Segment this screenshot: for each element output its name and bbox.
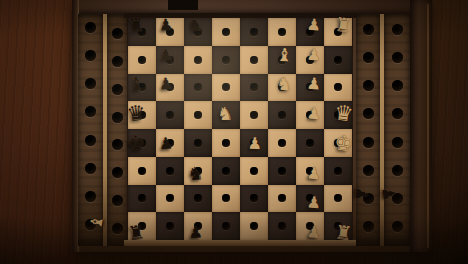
captured-pieces-layer: ♝♟♟ [0,0,468,264]
captured-black-pawn[interactable]: ♟ [353,186,370,202]
captured-black-pawn[interactable]: ♟ [379,186,397,203]
captured-white-bishop[interactable]: ♝ [88,214,106,231]
photo-stage: ♜♟♞♟♜♟♝♟♝♟♞♟♛♞♟♛♚♟♟♚♞♟♟♜♟♟♜ ♝♟♟ [0,0,468,264]
